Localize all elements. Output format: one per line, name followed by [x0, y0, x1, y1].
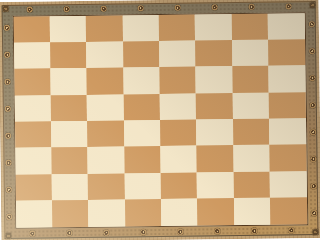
- board-square[interactable]: [14, 42, 51, 69]
- rosette-icon: [4, 78, 10, 84]
- corner-medallion-icon: [2, 5, 8, 11]
- rosette-icon: [4, 51, 10, 57]
- chess-board: [12, 12, 90, 90]
- rosette-icon: [63, 6, 69, 12]
- board-square[interactable]: [13, 16, 50, 43]
- board-square[interactable]: [14, 69, 51, 90]
- rosette-icon: [3, 24, 9, 30]
- board-square[interactable]: [86, 15, 90, 42]
- board-square[interactable]: [86, 41, 90, 68]
- chessboard-photo: [0, 0, 90, 90]
- board-square[interactable]: [50, 68, 87, 90]
- board-square[interactable]: [50, 15, 87, 42]
- board-square[interactable]: [87, 68, 90, 90]
- board-square[interactable]: [50, 42, 87, 69]
- rosette-icon: [26, 7, 32, 13]
